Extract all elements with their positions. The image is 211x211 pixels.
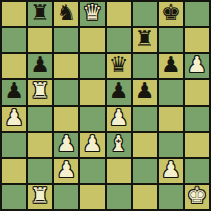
square-b1[interactable]: ♜ [28, 185, 52, 209]
square-h5[interactable] [185, 80, 209, 104]
black-pawn-piece: ♟ [109, 80, 129, 102]
white-queen-piece: ♛ [83, 2, 103, 24]
square-b3[interactable] [28, 133, 52, 157]
black-knight-piece: ♞ [56, 2, 76, 24]
square-a6[interactable] [2, 54, 26, 78]
square-d2[interactable] [80, 159, 104, 183]
square-a3[interactable] [2, 133, 26, 157]
white-pawn-piece: ♟ [161, 159, 181, 181]
square-c7[interactable] [54, 28, 78, 52]
square-e2[interactable] [107, 159, 131, 183]
square-h8[interactable] [185, 2, 209, 26]
square-f7[interactable]: ♜ [133, 28, 157, 52]
white-pawn-piece: ♟ [83, 133, 103, 155]
square-g4[interactable] [159, 107, 183, 131]
square-c8[interactable]: ♞ [54, 2, 78, 26]
square-g7[interactable] [159, 28, 183, 52]
square-a1[interactable] [2, 185, 26, 209]
white-pawn-piece: ♟ [109, 107, 129, 129]
square-f3[interactable] [133, 133, 157, 157]
black-rook-piece: ♜ [135, 28, 155, 50]
square-d3[interactable]: ♟ [80, 133, 104, 157]
black-rook-piece: ♜ [30, 2, 50, 24]
square-b5[interactable]: ♜ [28, 80, 52, 104]
square-f6[interactable] [133, 54, 157, 78]
square-d7[interactable] [80, 28, 104, 52]
square-f2[interactable] [133, 159, 157, 183]
square-g1[interactable] [159, 185, 183, 209]
square-a7[interactable] [2, 28, 26, 52]
square-d1[interactable] [80, 185, 104, 209]
chess-board: ♜♞♛♚♜♟♛♟♟♟♜♟♟♟♟♟♟♝♟♟♜♚ [0, 0, 211, 211]
square-a4[interactable]: ♟ [2, 107, 26, 131]
square-b8[interactable]: ♜ [28, 2, 52, 26]
square-h2[interactable] [185, 159, 209, 183]
square-d8[interactable]: ♛ [80, 2, 104, 26]
square-d4[interactable] [80, 107, 104, 131]
white-pawn-piece: ♟ [56, 159, 76, 181]
square-e4[interactable]: ♟ [107, 107, 131, 131]
square-e7[interactable] [107, 28, 131, 52]
square-b2[interactable] [28, 159, 52, 183]
white-rook-piece: ♜ [30, 80, 50, 102]
square-b4[interactable] [28, 107, 52, 131]
square-h7[interactable] [185, 28, 209, 52]
white-bishop-piece: ♝ [109, 133, 129, 155]
square-g5[interactable] [159, 80, 183, 104]
square-d6[interactable] [80, 54, 104, 78]
square-a8[interactable] [2, 2, 26, 26]
white-pawn-piece: ♟ [187, 54, 207, 76]
black-pawn-piece: ♟ [4, 80, 24, 102]
square-h1[interactable]: ♚ [185, 185, 209, 209]
square-g2[interactable]: ♟ [159, 159, 183, 183]
square-a2[interactable] [2, 159, 26, 183]
square-e8[interactable] [107, 2, 131, 26]
square-c2[interactable]: ♟ [54, 159, 78, 183]
square-f5[interactable]: ♟ [133, 80, 157, 104]
square-b6[interactable]: ♟ [28, 54, 52, 78]
square-f8[interactable] [133, 2, 157, 26]
square-h6[interactable]: ♟ [185, 54, 209, 78]
square-h3[interactable] [185, 133, 209, 157]
square-c1[interactable] [54, 185, 78, 209]
square-d5[interactable] [80, 80, 104, 104]
square-h4[interactable] [185, 107, 209, 131]
white-king-piece: ♚ [187, 185, 207, 207]
square-f1[interactable] [133, 185, 157, 209]
square-e5[interactable]: ♟ [107, 80, 131, 104]
square-g6[interactable]: ♟ [159, 54, 183, 78]
black-queen-piece: ♛ [109, 54, 129, 76]
square-g3[interactable] [159, 133, 183, 157]
square-f4[interactable] [133, 107, 157, 131]
white-pawn-piece: ♟ [56, 133, 76, 155]
square-e3[interactable]: ♝ [107, 133, 131, 157]
square-c4[interactable] [54, 107, 78, 131]
square-c5[interactable] [54, 80, 78, 104]
black-pawn-piece: ♟ [161, 54, 181, 76]
white-pawn-piece: ♟ [4, 107, 24, 129]
square-b7[interactable] [28, 28, 52, 52]
square-c3[interactable]: ♟ [54, 133, 78, 157]
black-pawn-piece: ♟ [30, 54, 50, 76]
white-rook-piece: ♜ [30, 185, 50, 207]
square-g8[interactable]: ♚ [159, 2, 183, 26]
square-e6[interactable]: ♛ [107, 54, 131, 78]
black-pawn-piece: ♟ [135, 80, 155, 102]
square-c6[interactable] [54, 54, 78, 78]
black-king-piece: ♚ [161, 2, 181, 24]
square-e1[interactable] [107, 185, 131, 209]
square-a5[interactable]: ♟ [2, 80, 26, 104]
